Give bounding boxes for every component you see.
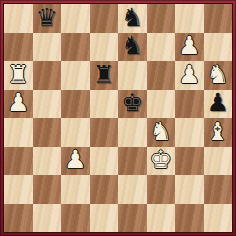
square-f1[interactable] — [147, 204, 176, 233]
square-e8[interactable]: ♞ — [118, 4, 147, 33]
square-g8[interactable] — [175, 4, 204, 33]
square-e6[interactable] — [118, 61, 147, 90]
square-d2[interactable] — [90, 175, 119, 204]
white-knight-piece[interactable]: ♞ — [207, 62, 229, 87]
square-a7[interactable] — [4, 33, 33, 62]
square-b1[interactable] — [33, 204, 62, 233]
black-pawn-piece[interactable]: ♟ — [207, 90, 229, 115]
square-h7[interactable] — [204, 33, 233, 62]
white-bishop-piece[interactable]: ♝ — [207, 119, 229, 144]
square-h6[interactable]: ♞ — [204, 61, 233, 90]
square-d5[interactable] — [90, 90, 119, 119]
square-b6[interactable] — [33, 61, 62, 90]
square-g2[interactable] — [175, 175, 204, 204]
square-a5[interactable]: ♟ — [4, 90, 33, 119]
square-c6[interactable] — [61, 61, 90, 90]
square-e5[interactable]: ♚ — [118, 90, 147, 119]
square-b2[interactable] — [33, 175, 62, 204]
chess-board: ♛♞♞♟♜♜♟♞♟♚♟♞♝♟♚ — [4, 4, 232, 232]
white-pawn-piece[interactable]: ♟ — [178, 33, 200, 58]
square-d7[interactable] — [90, 33, 119, 62]
square-a2[interactable] — [4, 175, 33, 204]
square-g7[interactable]: ♟ — [175, 33, 204, 62]
white-rook-piece[interactable]: ♜ — [7, 62, 29, 87]
square-e2[interactable] — [118, 175, 147, 204]
square-h2[interactable] — [204, 175, 233, 204]
black-queen-piece[interactable]: ♛ — [36, 5, 58, 30]
square-d3[interactable] — [90, 147, 119, 176]
square-c8[interactable] — [61, 4, 90, 33]
square-c2[interactable] — [61, 175, 90, 204]
white-knight-piece[interactable]: ♞ — [150, 119, 172, 144]
black-knight-piece[interactable]: ♞ — [121, 5, 143, 30]
square-a6[interactable]: ♜ — [4, 61, 33, 90]
square-h5[interactable]: ♟ — [204, 90, 233, 119]
square-d6[interactable]: ♜ — [90, 61, 119, 90]
square-c1[interactable] — [61, 204, 90, 233]
square-b7[interactable] — [33, 33, 62, 62]
square-h1[interactable] — [204, 204, 233, 233]
square-f2[interactable] — [147, 175, 176, 204]
square-d4[interactable] — [90, 118, 119, 147]
white-pawn-piece[interactable]: ♟ — [64, 147, 86, 172]
black-king-piece[interactable]: ♚ — [121, 90, 143, 115]
square-c7[interactable] — [61, 33, 90, 62]
square-f3[interactable]: ♚ — [147, 147, 176, 176]
square-b4[interactable] — [33, 118, 62, 147]
square-b3[interactable] — [33, 147, 62, 176]
chess-board-frame: ♛♞♞♟♜♜♟♞♟♚♟♞♝♟♚ — [0, 0, 236, 236]
square-c5[interactable] — [61, 90, 90, 119]
square-e7[interactable]: ♞ — [118, 33, 147, 62]
square-e1[interactable] — [118, 204, 147, 233]
black-knight-piece[interactable]: ♞ — [121, 33, 143, 58]
square-b8[interactable]: ♛ — [33, 4, 62, 33]
square-g4[interactable] — [175, 118, 204, 147]
square-a3[interactable] — [4, 147, 33, 176]
square-f5[interactable] — [147, 90, 176, 119]
square-g3[interactable] — [175, 147, 204, 176]
square-h4[interactable]: ♝ — [204, 118, 233, 147]
square-e3[interactable] — [118, 147, 147, 176]
square-g6[interactable]: ♟ — [175, 61, 204, 90]
white-pawn-piece[interactable]: ♟ — [178, 62, 200, 87]
black-rook-piece[interactable]: ♜ — [93, 62, 115, 87]
square-f8[interactable] — [147, 4, 176, 33]
square-c3[interactable]: ♟ — [61, 147, 90, 176]
square-f7[interactable] — [147, 33, 176, 62]
square-g5[interactable] — [175, 90, 204, 119]
square-h3[interactable] — [204, 147, 233, 176]
square-h8[interactable] — [204, 4, 233, 33]
square-f4[interactable]: ♞ — [147, 118, 176, 147]
square-a8[interactable] — [4, 4, 33, 33]
white-pawn-piece[interactable]: ♟ — [7, 90, 29, 115]
square-b5[interactable] — [33, 90, 62, 119]
square-c4[interactable] — [61, 118, 90, 147]
square-d8[interactable] — [90, 4, 119, 33]
square-a4[interactable] — [4, 118, 33, 147]
square-e4[interactable] — [118, 118, 147, 147]
square-d1[interactable] — [90, 204, 119, 233]
white-king-piece[interactable]: ♚ — [150, 147, 172, 172]
square-a1[interactable] — [4, 204, 33, 233]
square-g1[interactable] — [175, 204, 204, 233]
square-f6[interactable] — [147, 61, 176, 90]
